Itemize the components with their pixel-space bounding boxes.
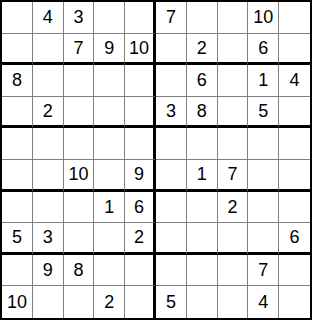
cell-r10c8-empty[interactable] <box>218 286 249 318</box>
cell-r8c4-empty[interactable] <box>94 223 125 255</box>
cell-r10c10-empty[interactable] <box>279 286 310 318</box>
cell-r9c10-empty[interactable] <box>279 255 310 287</box>
cell-r1c3-given: 3 <box>64 2 95 34</box>
cell-r9c1-empty[interactable] <box>2 255 33 287</box>
cell-r8c10-given: 6 <box>279 223 310 255</box>
cell-r7c8-given: 2 <box>218 192 249 224</box>
cell-r5c8-empty[interactable] <box>218 128 249 160</box>
cell-r4c5-empty[interactable] <box>125 97 156 129</box>
cell-r7c1-empty[interactable] <box>2 192 33 224</box>
cell-r1c7-empty[interactable] <box>187 2 218 34</box>
cell-r1c6-given: 7 <box>156 2 187 34</box>
cell-r3c5-empty[interactable] <box>125 65 156 97</box>
cell-r8c5-given: 2 <box>125 223 156 255</box>
sudoku-board: 437107910268614238510917162532698710254 <box>0 0 312 320</box>
cell-r5c10-empty[interactable] <box>279 128 310 160</box>
cell-r2c2-empty[interactable] <box>33 34 64 66</box>
cell-r9c5-empty[interactable] <box>125 255 156 287</box>
cell-r1c5-empty[interactable] <box>125 2 156 34</box>
cell-r4c7-given: 8 <box>187 97 218 129</box>
cell-r2c10-empty[interactable] <box>279 34 310 66</box>
cell-r9c7-empty[interactable] <box>187 255 218 287</box>
cell-r1c2-given: 4 <box>33 2 64 34</box>
cell-r5c5-empty[interactable] <box>125 128 156 160</box>
cell-r5c2-empty[interactable] <box>33 128 64 160</box>
cell-r4c10-empty[interactable] <box>279 97 310 129</box>
cell-r6c8-given: 7 <box>218 160 249 192</box>
cell-r8c6-empty[interactable] <box>156 223 187 255</box>
cell-r6c1-empty[interactable] <box>2 160 33 192</box>
cell-r5c7-empty[interactable] <box>187 128 218 160</box>
cell-r10c7-empty[interactable] <box>187 286 218 318</box>
cell-r5c1-empty[interactable] <box>2 128 33 160</box>
cell-r3c9-given: 1 <box>248 65 279 97</box>
cell-r2c6-empty[interactable] <box>156 34 187 66</box>
cell-r6c6-empty[interactable] <box>156 160 187 192</box>
cell-r8c7-empty[interactable] <box>187 223 218 255</box>
cell-r6c2-empty[interactable] <box>33 160 64 192</box>
cell-r2c7-given: 2 <box>187 34 218 66</box>
cell-r4c2-given: 2 <box>33 97 64 129</box>
cell-r10c2-empty[interactable] <box>33 286 64 318</box>
cell-r3c2-empty[interactable] <box>33 65 64 97</box>
cell-r9c6-empty[interactable] <box>156 255 187 287</box>
cell-r10c9-given: 4 <box>248 286 279 318</box>
cell-r9c3-given: 8 <box>64 255 95 287</box>
cell-r4c4-empty[interactable] <box>94 97 125 129</box>
cell-r4c6-given: 3 <box>156 97 187 129</box>
cell-r1c1-empty[interactable] <box>2 2 33 34</box>
cell-r6c9-empty[interactable] <box>248 160 279 192</box>
cell-r6c3-given: 10 <box>64 160 95 192</box>
cell-r3c7-given: 6 <box>187 65 218 97</box>
cell-r3c10-given: 4 <box>279 65 310 97</box>
cell-r6c10-empty[interactable] <box>279 160 310 192</box>
cell-r8c9-empty[interactable] <box>248 223 279 255</box>
cell-r7c2-empty[interactable] <box>33 192 64 224</box>
cell-r4c3-empty[interactable] <box>64 97 95 129</box>
cell-r9c9-given: 7 <box>248 255 279 287</box>
cell-r5c6-empty[interactable] <box>156 128 187 160</box>
cell-r2c3-given: 7 <box>64 34 95 66</box>
cell-r6c5-given: 9 <box>125 160 156 192</box>
cell-r4c8-empty[interactable] <box>218 97 249 129</box>
cell-r9c8-empty[interactable] <box>218 255 249 287</box>
cell-r7c4-given: 1 <box>94 192 125 224</box>
cell-r8c2-given: 3 <box>33 223 64 255</box>
cell-r7c9-empty[interactable] <box>248 192 279 224</box>
cell-r2c9-given: 6 <box>248 34 279 66</box>
cell-r1c4-empty[interactable] <box>94 2 125 34</box>
cell-r8c1-given: 5 <box>2 223 33 255</box>
cell-r10c3-empty[interactable] <box>64 286 95 318</box>
cell-r5c4-empty[interactable] <box>94 128 125 160</box>
cell-r8c8-empty[interactable] <box>218 223 249 255</box>
cell-r3c3-empty[interactable] <box>64 65 95 97</box>
cell-r5c9-empty[interactable] <box>248 128 279 160</box>
cell-r9c2-given: 9 <box>33 255 64 287</box>
cell-r2c4-given: 9 <box>94 34 125 66</box>
cell-r5c3-empty[interactable] <box>64 128 95 160</box>
cell-r7c6-empty[interactable] <box>156 192 187 224</box>
cell-r3c1-given: 8 <box>2 65 33 97</box>
cell-r6c7-given: 1 <box>187 160 218 192</box>
cell-r1c9-given: 10 <box>248 2 279 34</box>
cell-r10c4-given: 2 <box>94 286 125 318</box>
cell-r7c10-empty[interactable] <box>279 192 310 224</box>
cell-r7c5-given: 6 <box>125 192 156 224</box>
cell-r10c1-given: 10 <box>2 286 33 318</box>
cell-r10c5-empty[interactable] <box>125 286 156 318</box>
cell-r2c5-given: 10 <box>125 34 156 66</box>
cell-r2c8-empty[interactable] <box>218 34 249 66</box>
cell-r6c4-empty[interactable] <box>94 160 125 192</box>
cell-r2c1-empty[interactable] <box>2 34 33 66</box>
cell-r3c6-empty[interactable] <box>156 65 187 97</box>
cell-r1c10-empty[interactable] <box>279 2 310 34</box>
cell-r7c7-empty[interactable] <box>187 192 218 224</box>
cell-r8c3-empty[interactable] <box>64 223 95 255</box>
cell-r4c1-empty[interactable] <box>2 97 33 129</box>
cell-r7c3-empty[interactable] <box>64 192 95 224</box>
cell-r1c8-empty[interactable] <box>218 2 249 34</box>
cell-r4c9-given: 5 <box>248 97 279 129</box>
cell-r3c8-empty[interactable] <box>218 65 249 97</box>
cell-r9c4-empty[interactable] <box>94 255 125 287</box>
cell-r10c6-given: 5 <box>156 286 187 318</box>
cell-r3c4-empty[interactable] <box>94 65 125 97</box>
